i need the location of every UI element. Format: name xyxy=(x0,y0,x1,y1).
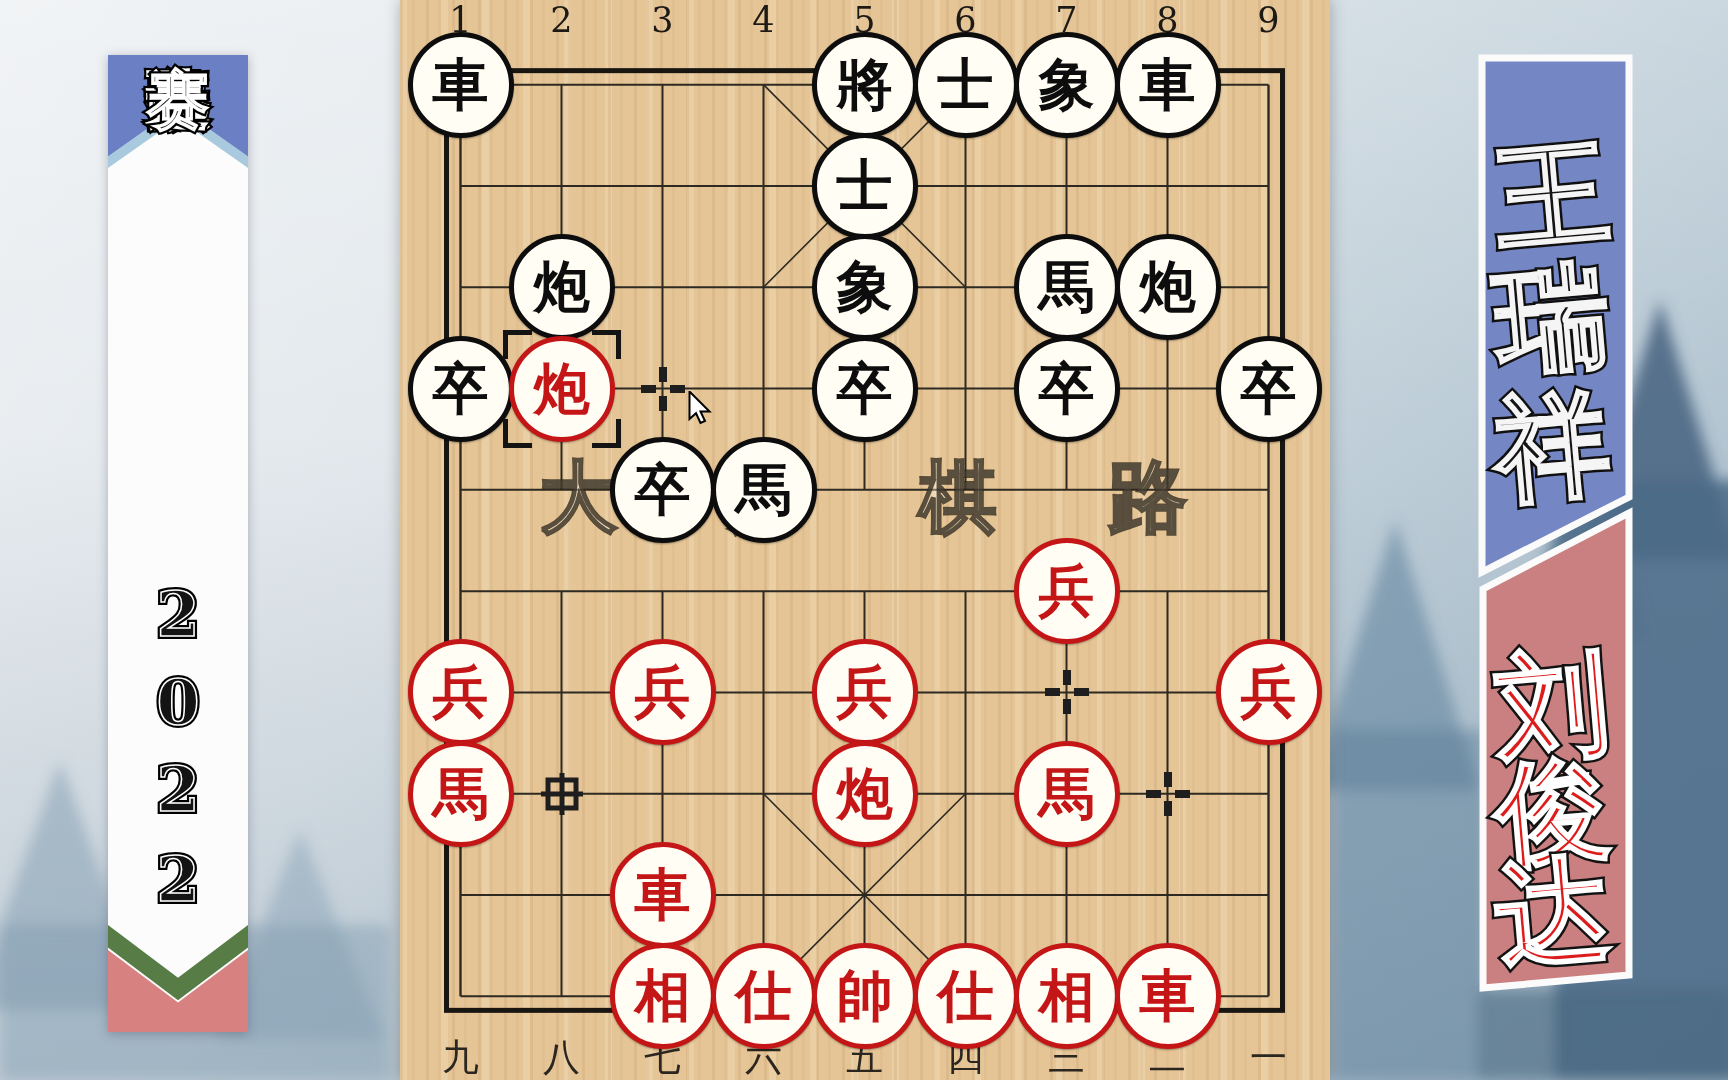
black-player-name-char: 王王 xyxy=(1472,124,1633,267)
black-player-name-char: 瑞瑞 xyxy=(1472,247,1633,390)
red-player-name-char: 达达 xyxy=(1472,840,1633,983)
black-player-name-char: 祥祥 xyxy=(1472,375,1633,518)
player-banners xyxy=(0,0,1728,1080)
